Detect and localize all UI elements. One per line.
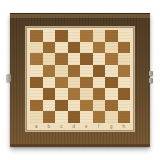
square-a7: [30, 42, 43, 54]
square-e7: [80, 42, 93, 54]
file-label: e: [80, 124, 93, 129]
square-g8: [105, 30, 118, 42]
playing-field: abcdefgh: [26, 27, 134, 131]
square-c1: [55, 111, 68, 123]
square-b5: [43, 65, 56, 77]
chess-board: abcdefgh: [10, 13, 150, 147]
file-label: g: [105, 124, 118, 129]
square-a1: [30, 111, 43, 123]
product-photo: abcdefgh: [0, 0, 160, 160]
square-e8: [80, 30, 93, 42]
square-d8: [68, 30, 81, 42]
square-g6: [105, 53, 118, 65]
square-e1: [80, 111, 93, 123]
square-f2: [93, 100, 106, 112]
square-h4: [118, 77, 131, 89]
square-h2: [118, 100, 131, 112]
square-d1: [68, 111, 81, 123]
latch-right-bottom-icon: [149, 78, 153, 83]
square-h1: [118, 111, 131, 123]
square-a5: [30, 65, 43, 77]
square-e6: [80, 53, 93, 65]
file-label: h: [118, 124, 131, 129]
square-h3: [118, 88, 131, 100]
file-label: f: [93, 124, 106, 129]
square-g2: [105, 100, 118, 112]
square-a6: [30, 53, 43, 65]
square-f5: [93, 65, 106, 77]
square-a4: [30, 77, 43, 89]
square-d7: [68, 42, 81, 54]
square-a3: [30, 88, 43, 100]
square-b1: [43, 111, 56, 123]
square-c2: [55, 100, 68, 112]
latch-right-top-icon: [149, 71, 153, 76]
square-b8: [43, 30, 56, 42]
square-h7: [118, 42, 131, 54]
square-c4: [55, 77, 68, 89]
square-e3: [80, 88, 93, 100]
file-label: b: [43, 124, 56, 129]
squares-grid: [30, 30, 130, 123]
square-b3: [43, 88, 56, 100]
square-g4: [105, 77, 118, 89]
square-a2: [30, 100, 43, 112]
square-b6: [43, 53, 56, 65]
square-e2: [80, 100, 93, 112]
square-d5: [68, 65, 81, 77]
square-f4: [93, 77, 106, 89]
square-h6: [118, 53, 131, 65]
square-b4: [43, 77, 56, 89]
square-g5: [105, 65, 118, 77]
square-g1: [105, 111, 118, 123]
square-e5: [80, 65, 93, 77]
square-a8: [30, 30, 43, 42]
square-f3: [93, 88, 106, 100]
square-f6: [93, 53, 106, 65]
square-g7: [105, 42, 118, 54]
square-d6: [68, 53, 81, 65]
square-d4: [68, 77, 81, 89]
square-h5: [118, 65, 131, 77]
square-c5: [55, 65, 68, 77]
hinge-pin-left-icon: [6, 74, 11, 82]
square-d2: [68, 100, 81, 112]
square-e4: [80, 77, 93, 89]
square-c7: [55, 42, 68, 54]
file-label: a: [30, 124, 43, 129]
file-label: c: [55, 124, 68, 129]
file-labels: abcdefgh: [30, 124, 130, 129]
square-f1: [93, 111, 106, 123]
square-d3: [68, 88, 81, 100]
file-label: d: [68, 124, 81, 129]
square-f8: [93, 30, 106, 42]
square-c3: [55, 88, 68, 100]
square-g3: [105, 88, 118, 100]
square-h8: [118, 30, 131, 42]
square-b2: [43, 100, 56, 112]
square-c6: [55, 53, 68, 65]
square-f7: [93, 42, 106, 54]
square-c8: [55, 30, 68, 42]
square-b7: [43, 42, 56, 54]
